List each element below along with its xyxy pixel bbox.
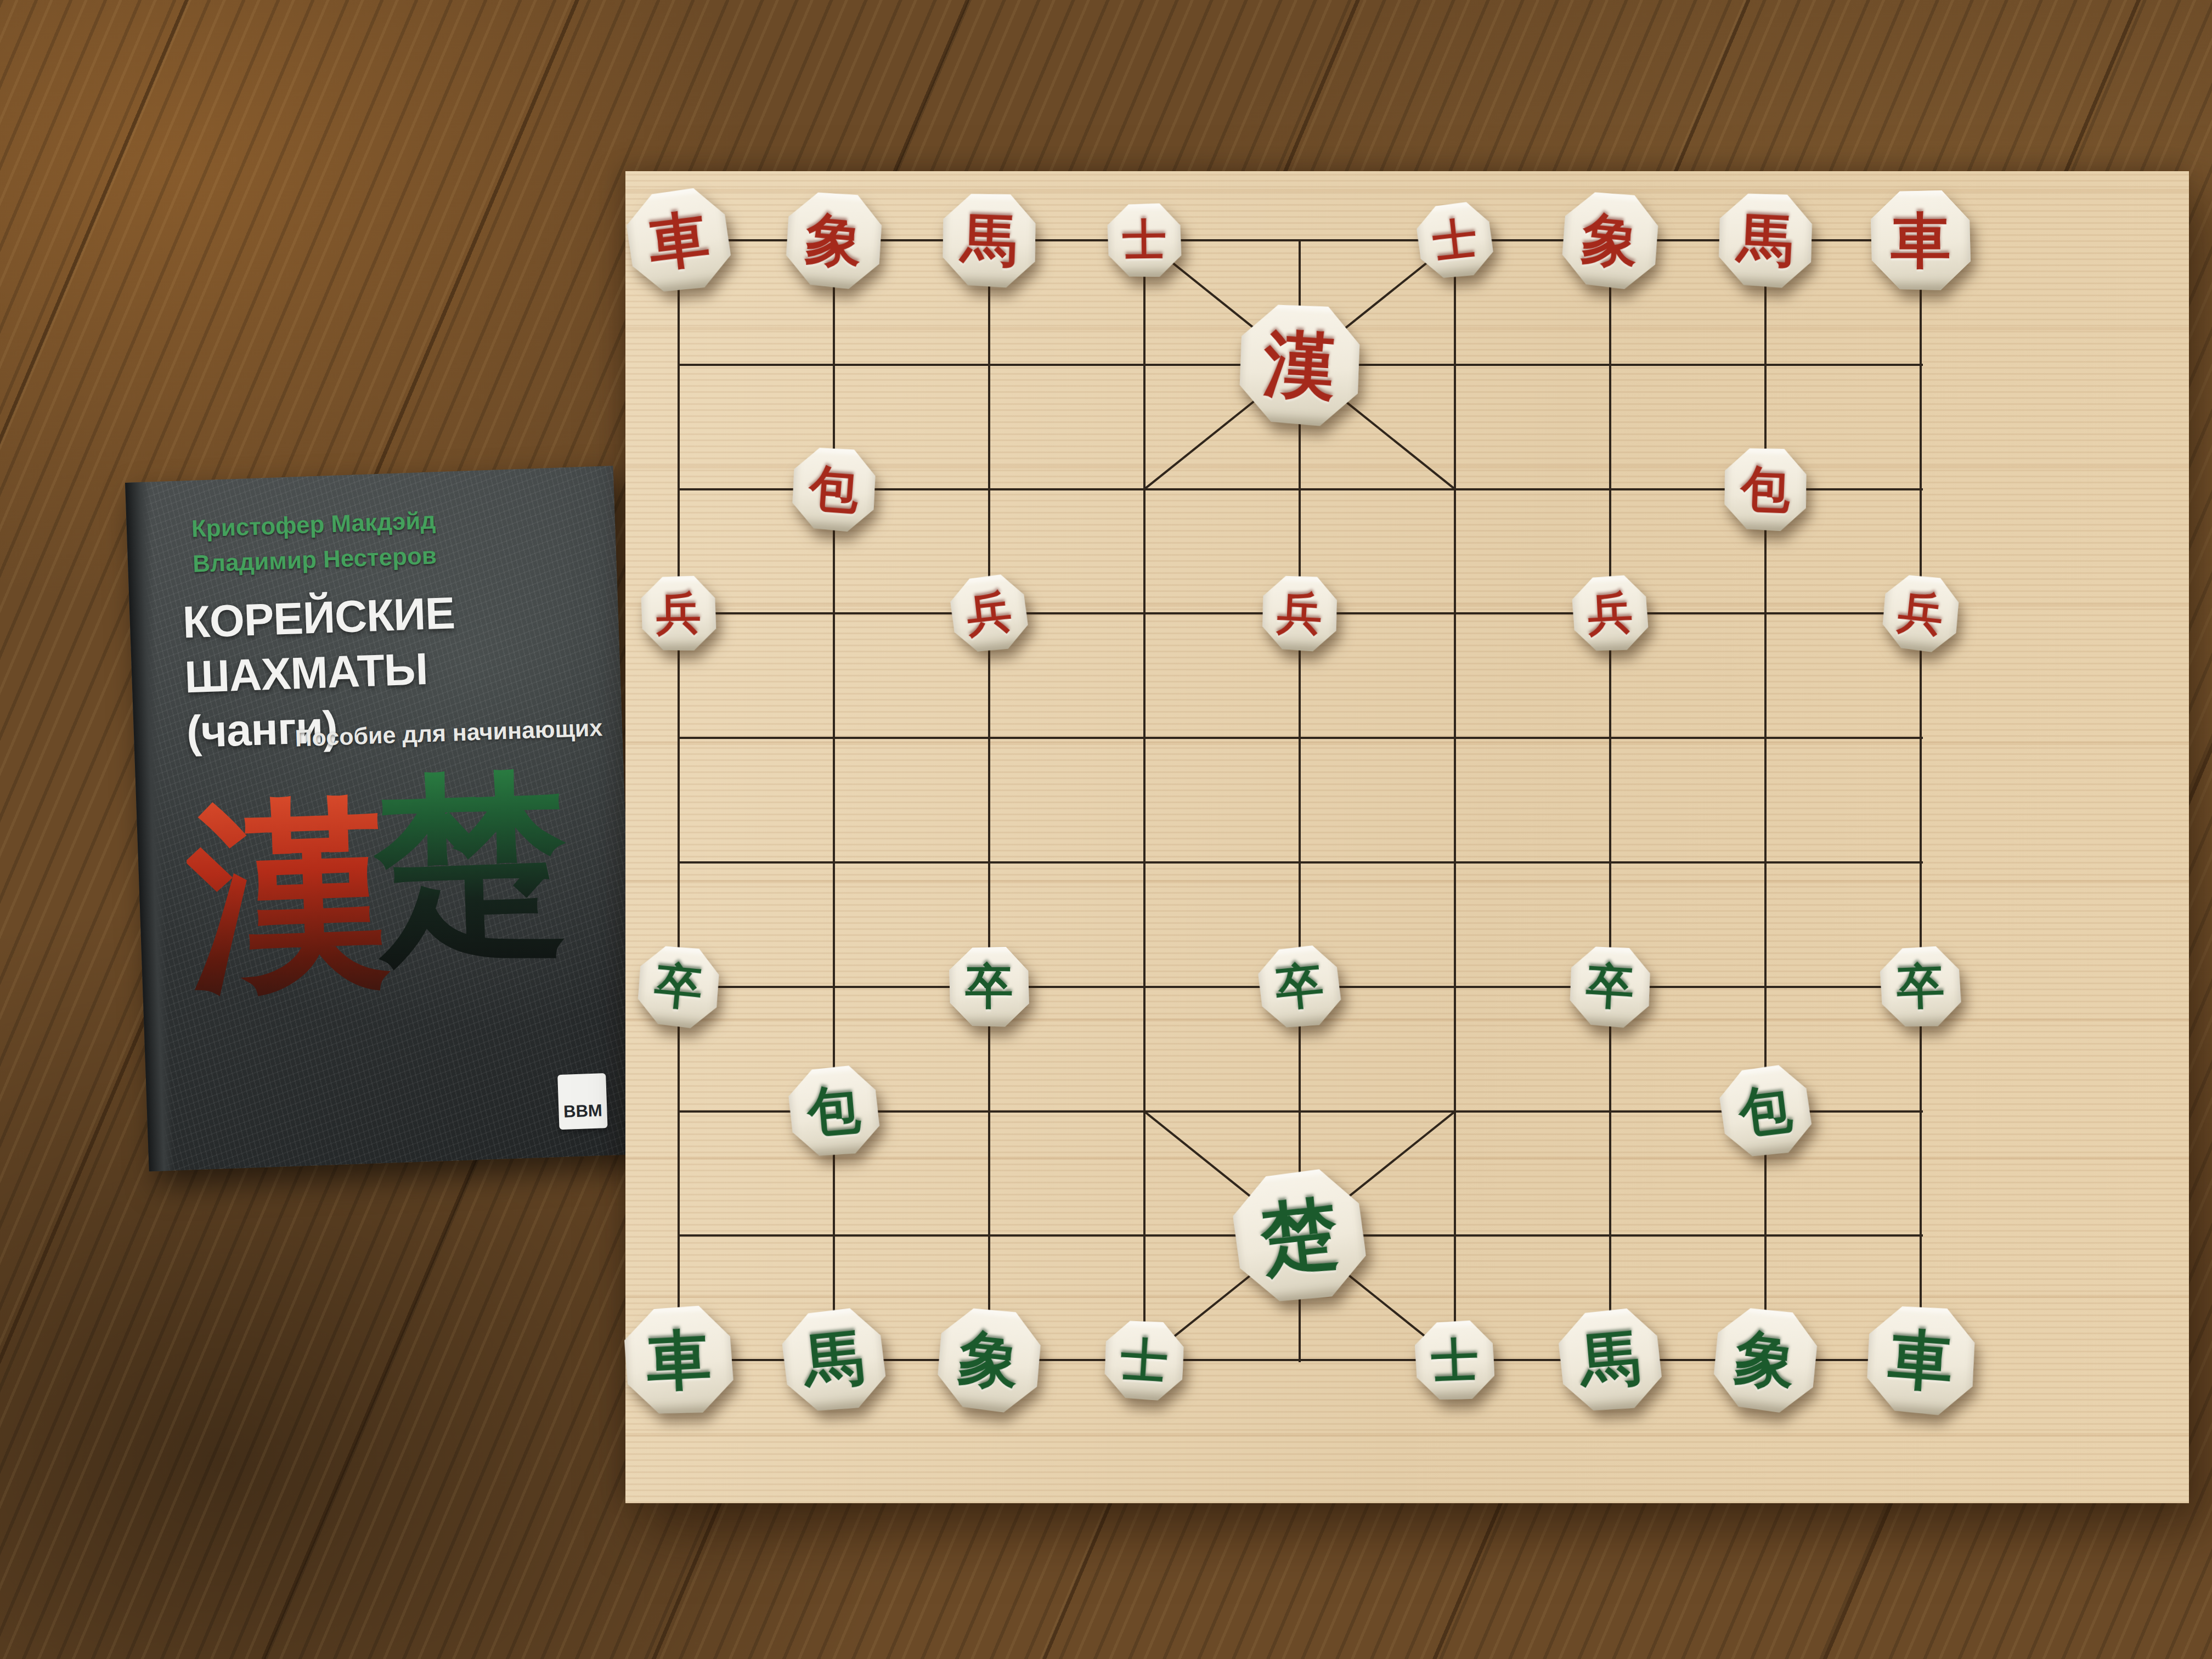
piece-tile: 車 [1871,190,1971,290]
piece-green-king-cho[interactable]: 楚 [1229,1165,1370,1306]
piece-green-soldier[interactable]: 卒 [1256,943,1343,1030]
piece-glyph-king-cho: 楚 [1257,1193,1342,1278]
piece-red-king-han[interactable]: 漢 [1237,301,1363,428]
piece-tile: 象 [933,1305,1045,1416]
book-cover: Кристофер Макдэйд Владимир Нестеров КОРЕ… [125,466,637,1171]
piece-glyph-chariot: 車 [645,1327,713,1394]
piece-glyph-soldier: 兵 [964,589,1014,639]
piece-glyph-soldier: 卒 [1896,962,1945,1012]
piece-tile: 象 [1559,189,1662,292]
piece-green-guard[interactable]: 士 [1103,1318,1186,1402]
piece-glyph-guard: 士 [1119,1335,1169,1385]
piece-red-cannon[interactable]: 包 [790,445,878,533]
piece-red-horse[interactable]: 馬 [941,192,1037,289]
piece-tile: 士 [1414,200,1496,281]
piece-tile: 楚 [1229,1165,1370,1306]
han-character: 漢 [183,759,394,1039]
piece-glyph-soldier: 兵 [1896,589,1946,639]
piece-tile: 車 [623,1304,735,1416]
piece-red-elephant[interactable]: 象 [783,189,885,291]
piece-tile: 兵 [1261,574,1339,652]
piece-red-soldier[interactable]: 兵 [1261,574,1339,652]
piece-green-soldier[interactable]: 卒 [1568,945,1652,1029]
piece-tile: 馬 [780,1306,889,1415]
piece-red-chariot[interactable]: 車 [623,185,735,296]
piece-tile: 馬 [1556,1306,1664,1414]
piece-glyph-elephant: 象 [1579,210,1641,272]
piece-glyph-chariot: 車 [645,207,712,273]
publisher-logo: BBM [557,1073,607,1130]
piece-green-horse[interactable]: 馬 [1556,1306,1664,1414]
piece-green-elephant[interactable]: 象 [933,1305,1045,1416]
piece-red-chariot[interactable]: 車 [1871,190,1971,290]
piece-glyph-horse: 馬 [1736,211,1795,270]
piece-tile: 包 [786,1064,882,1159]
piece-glyph-guard: 士 [1122,218,1167,263]
cho-character: 楚 [370,734,572,1002]
piece-green-horse[interactable]: 馬 [780,1306,889,1415]
piece-tile: 兵 [948,572,1030,654]
piece-green-cannon[interactable]: 包 [786,1064,882,1159]
piece-tile: 馬 [1717,191,1814,289]
piece-glyph-guard: 士 [1431,216,1479,264]
piece-red-cannon[interactable]: 包 [1723,447,1808,532]
piece-glyph-guard: 士 [1430,1336,1479,1385]
piece-glyph-horse: 馬 [960,211,1018,269]
piece-glyph-soldier: 兵 [1587,590,1634,637]
piece-tile: 兵 [1571,574,1649,652]
piece-glyph-horse: 馬 [801,1328,866,1393]
piece-red-soldier[interactable]: 兵 [1571,574,1649,652]
piece-glyph-soldier: 兵 [656,591,702,636]
piece-red-guard[interactable]: 士 [1107,203,1182,278]
piece-glyph-elephant: 象 [803,210,864,270]
piece-glyph-soldier: 卒 [652,961,704,1013]
piece-tile: 士 [1414,1319,1496,1401]
piece-glyph-soldier: 卒 [1273,961,1325,1013]
piece-tile: 卒 [1256,943,1343,1030]
piece-green-soldier[interactable]: 卒 [635,943,722,1030]
piece-tile: 卒 [635,943,722,1030]
piece-glyph-elephant: 象 [956,1327,1022,1393]
piece-tile: 象 [1709,1304,1821,1417]
piece-tile: 車 [1864,1303,1978,1417]
piece-tile: 包 [1723,447,1808,532]
piece-tile: 卒 [1880,945,1962,1028]
book-title-line1: КОРЕЙСКИЕ ШАХМАТЫ [182,580,620,705]
piece-glyph-king-han: 漢 [1262,326,1338,403]
piece-glyph-chariot: 車 [1891,211,1951,270]
piece-glyph-cannon: 包 [805,1083,862,1140]
piece-glyph-cannon: 包 [808,462,860,515]
piece-tile: 車 [623,185,735,296]
janggi-board[interactable]: 車象馬士士象馬車漢包包兵兵兵兵兵卒卒卒卒卒包包楚車馬象士士馬象車 [625,171,2189,1503]
piece-glyph-elephant: 象 [1732,1327,1799,1394]
piece-red-guard[interactable]: 士 [1414,200,1496,281]
piece-red-horse[interactable]: 馬 [1717,191,1814,289]
photo-scene: Кристофер Макдэйд Владимир Нестеров КОРЕ… [0,0,2212,1659]
piece-tile: 士 [1103,1318,1186,1402]
piece-green-chariot[interactable]: 車 [623,1304,735,1416]
piece-glyph-chariot: 車 [1886,1326,1955,1395]
piece-green-guard[interactable]: 士 [1414,1319,1496,1401]
piece-green-elephant[interactable]: 象 [1709,1304,1821,1417]
piece-tile: 卒 [949,947,1029,1027]
piece-green-chariot[interactable]: 車 [1864,1303,1978,1417]
piece-glyph-horse: 馬 [1578,1328,1643,1392]
piece-red-soldier[interactable]: 兵 [641,576,716,652]
piece-green-cannon[interactable]: 包 [1717,1062,1815,1160]
piece-tile: 包 [790,445,878,533]
board-pieces: 車象馬士士象馬車漢包包兵兵兵兵兵卒卒卒卒卒包包楚車馬象士士馬象車 [625,171,2189,1503]
book-authors: Кристофер Макдэйд Владимир Нестеров [191,503,438,581]
piece-glyph-soldier: 卒 [965,963,1013,1011]
piece-tile: 士 [1107,203,1182,278]
piece-tile: 馬 [941,192,1037,289]
piece-red-soldier[interactable]: 兵 [1880,572,1962,654]
piece-tile: 漢 [1237,301,1363,428]
piece-green-soldier[interactable]: 卒 [1880,945,1962,1028]
piece-red-soldier[interactable]: 兵 [948,572,1030,654]
piece-tile: 包 [1717,1062,1815,1160]
piece-green-soldier[interactable]: 卒 [949,947,1029,1027]
piece-tile: 兵 [1880,572,1962,654]
piece-glyph-soldier: 兵 [1276,590,1323,637]
piece-tile: 象 [783,189,885,291]
piece-glyph-cannon: 包 [1740,464,1791,515]
piece-glyph-soldier: 卒 [1585,962,1635,1012]
piece-tile: 兵 [641,576,716,652]
piece-red-elephant[interactable]: 象 [1559,189,1662,292]
piece-glyph-cannon: 包 [1736,1082,1795,1141]
piece-tile: 卒 [1568,945,1652,1029]
